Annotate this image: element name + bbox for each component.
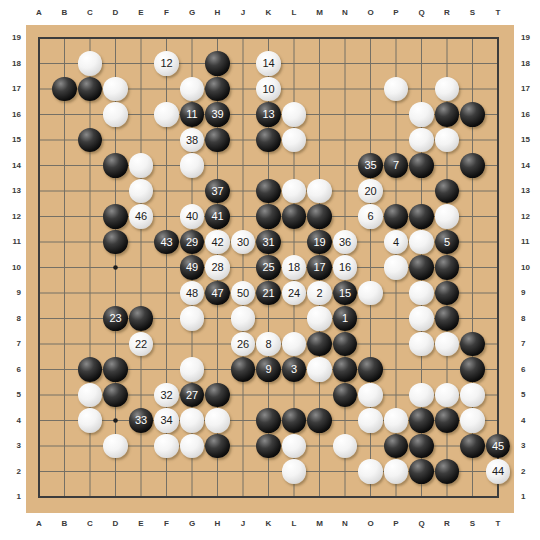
col-label-top-S: S [460, 8, 486, 17]
move-number: 14 [262, 58, 274, 69]
white-stone-M6 [307, 357, 332, 382]
white-stone-S4 [460, 408, 485, 433]
move-number: 11 [186, 109, 197, 120]
row-label-right-18: 18 [521, 51, 539, 77]
white-stone-P10 [384, 255, 409, 280]
black-stone-S6 [460, 357, 485, 382]
white-stone-D3 [103, 434, 128, 459]
white-stone-O9 [358, 281, 383, 306]
white-stone-J9: 50 [231, 281, 256, 306]
white-stone-M8 [307, 306, 332, 331]
col-label-top-L: L [281, 8, 307, 17]
white-stone-Q8 [409, 306, 434, 331]
black-stone-H5 [205, 383, 230, 408]
black-stone-K16: 13 [256, 102, 281, 127]
white-stone-D17 [103, 77, 128, 102]
col-label-top-G: G [179, 8, 205, 17]
black-stone-E8 [129, 306, 154, 331]
white-stone-T2: 44 [486, 459, 511, 484]
black-stone-C15 [78, 128, 103, 153]
col-label-top-D: D [103, 8, 129, 17]
white-stone-C5 [78, 383, 103, 408]
col-label-top-M: M [307, 8, 333, 17]
black-stone-B17 [52, 77, 77, 102]
col-label-bottom-Q: Q [409, 519, 435, 528]
white-stone-P2 [384, 459, 409, 484]
black-stone-K13 [256, 179, 281, 204]
white-stone-F3 [154, 434, 179, 459]
white-stone-D16 [103, 102, 128, 127]
black-stone-L6: 3 [282, 357, 307, 382]
black-stone-N9: 15 [333, 281, 358, 306]
white-stone-G4 [180, 408, 205, 433]
black-stone-R9 [435, 281, 460, 306]
black-stone-M12 [307, 204, 332, 229]
col-label-bottom-H: H [205, 519, 231, 528]
black-stone-N6 [333, 357, 358, 382]
black-stone-Q2 [409, 459, 434, 484]
black-stone-R8 [435, 306, 460, 331]
black-stone-Q4 [409, 408, 434, 433]
row-label-right-5: 5 [521, 382, 539, 408]
col-label-top-R: R [434, 8, 460, 17]
black-stone-D6 [103, 357, 128, 382]
move-number: 31 [262, 237, 274, 248]
white-stone-F5: 32 [154, 383, 179, 408]
black-stone-L12 [282, 204, 307, 229]
white-stone-G14 [180, 153, 205, 178]
white-stone-J8 [231, 306, 256, 331]
white-stone-K18: 14 [256, 51, 281, 76]
row-label-left-9: 9 [3, 280, 21, 306]
white-stone-P4 [384, 408, 409, 433]
row-label-right-7: 7 [521, 331, 539, 357]
black-stone-F11: 43 [154, 230, 179, 255]
move-number: 33 [135, 415, 147, 426]
row-label-right-1: 1 [521, 484, 539, 510]
white-stone-F18: 12 [154, 51, 179, 76]
row-label-right-13: 13 [521, 178, 539, 204]
white-stone-N11: 36 [333, 230, 358, 255]
col-label-top-F: F [154, 8, 180, 17]
col-label-bottom-P: P [383, 519, 409, 528]
white-stone-S5 [460, 383, 485, 408]
black-stone-D8: 23 [103, 306, 128, 331]
black-stone-R10 [435, 255, 460, 280]
white-stone-L13 [282, 179, 307, 204]
row-label-left-3: 3 [3, 433, 21, 459]
white-stone-F16 [154, 102, 179, 127]
row-label-left-14: 14 [3, 153, 21, 179]
move-number: 12 [160, 58, 172, 69]
white-stone-C4 [78, 408, 103, 433]
black-stone-D14 [103, 153, 128, 178]
white-stone-Q15 [409, 128, 434, 153]
white-stone-L10: 18 [282, 255, 307, 280]
row-label-left-6: 6 [3, 357, 21, 383]
white-stone-H4 [205, 408, 230, 433]
white-stone-G8 [180, 306, 205, 331]
black-stone-G11: 29 [180, 230, 205, 255]
move-number: 17 [313, 262, 325, 273]
black-stone-O14: 35 [358, 153, 383, 178]
black-stone-P12 [384, 204, 409, 229]
move-number: 5 [444, 237, 450, 248]
move-number: 42 [211, 237, 223, 248]
black-stone-R13 [435, 179, 460, 204]
black-stone-K11: 31 [256, 230, 281, 255]
black-stone-D11 [103, 230, 128, 255]
move-number: 34 [160, 415, 172, 426]
col-label-bottom-T: T [485, 519, 511, 528]
move-number: 35 [364, 160, 376, 171]
black-stone-Q12 [409, 204, 434, 229]
white-stone-M13 [307, 179, 332, 204]
row-label-left-7: 7 [3, 331, 21, 357]
row-label-left-12: 12 [3, 204, 21, 230]
move-number: 29 [186, 237, 198, 248]
col-label-bottom-D: D [103, 519, 129, 528]
white-stone-G12: 40 [180, 204, 205, 229]
white-stone-L3 [282, 434, 307, 459]
col-label-top-N: N [332, 8, 358, 17]
move-number: 44 [492, 466, 504, 477]
white-stone-M9: 2 [307, 281, 332, 306]
black-stone-E4: 33 [129, 408, 154, 433]
black-stone-T3: 45 [486, 434, 511, 459]
move-number: 32 [160, 390, 172, 401]
col-label-bottom-A: A [26, 519, 52, 528]
black-stone-K12 [256, 204, 281, 229]
move-number: 36 [339, 237, 351, 248]
black-stone-H12: 41 [205, 204, 230, 229]
black-stone-R2 [435, 459, 460, 484]
move-number: 43 [160, 237, 172, 248]
move-number: 19 [313, 237, 325, 248]
move-number: 7 [393, 160, 399, 171]
black-stone-N5 [333, 383, 358, 408]
black-stone-M7 [307, 332, 332, 357]
col-label-top-C: C [77, 8, 103, 17]
move-number: 13 [262, 109, 274, 120]
col-label-bottom-B: B [52, 519, 78, 528]
move-number: 16 [339, 262, 351, 273]
row-label-left-5: 5 [3, 382, 21, 408]
white-stone-C18 [78, 51, 103, 76]
row-label-left-2: 2 [3, 459, 21, 485]
white-stone-H11: 42 [205, 230, 230, 255]
white-stone-O2 [358, 459, 383, 484]
white-stone-G9: 48 [180, 281, 205, 306]
move-number: 15 [339, 288, 351, 299]
row-label-right-10: 10 [521, 255, 539, 281]
white-stone-G17 [180, 77, 205, 102]
move-number: 1 [342, 313, 348, 324]
col-label-top-B: B [52, 8, 78, 17]
white-stone-O12: 6 [358, 204, 383, 229]
col-label-bottom-R: R [434, 519, 460, 528]
col-label-bottom-C: C [77, 519, 103, 528]
black-stone-R11: 5 [435, 230, 460, 255]
black-stone-H17 [205, 77, 230, 102]
black-stone-H9: 47 [205, 281, 230, 306]
white-stone-O5 [358, 383, 383, 408]
row-label-right-3: 3 [521, 433, 539, 459]
col-label-bottom-E: E [128, 519, 154, 528]
white-stone-R7 [435, 332, 460, 357]
white-stone-Q7 [409, 332, 434, 357]
col-label-top-O: O [358, 8, 384, 17]
col-label-top-T: T [485, 8, 511, 17]
move-number: 23 [109, 313, 121, 324]
col-label-top-E: E [128, 8, 154, 17]
move-number: 40 [186, 211, 198, 222]
black-stone-C6 [78, 357, 103, 382]
col-label-bottom-J: J [230, 519, 256, 528]
col-label-top-K: K [256, 8, 282, 17]
white-stone-L7 [282, 332, 307, 357]
move-number: 4 [393, 237, 399, 248]
move-number: 28 [211, 262, 223, 273]
row-label-left-13: 13 [3, 178, 21, 204]
row-label-right-16: 16 [521, 102, 539, 128]
move-number: 37 [211, 186, 223, 197]
white-stone-R5 [435, 383, 460, 408]
row-label-right-11: 11 [521, 229, 539, 255]
row-label-left-17: 17 [3, 76, 21, 102]
move-number: 6 [367, 211, 373, 222]
black-stone-H13: 37 [205, 179, 230, 204]
row-label-right-12: 12 [521, 204, 539, 230]
row-label-right-19: 19 [521, 25, 539, 51]
row-label-right-2: 2 [521, 459, 539, 485]
black-stone-K6: 9 [256, 357, 281, 382]
row-label-left-4: 4 [3, 408, 21, 434]
col-label-bottom-L: L [281, 519, 307, 528]
black-stone-O6 [358, 357, 383, 382]
white-stone-O13: 20 [358, 179, 383, 204]
white-stone-L9: 24 [282, 281, 307, 306]
row-label-left-15: 15 [3, 127, 21, 153]
black-stone-S14 [460, 153, 485, 178]
black-stone-K4 [256, 408, 281, 433]
col-label-bottom-O: O [358, 519, 384, 528]
move-number: 30 [237, 237, 249, 248]
white-stone-E7: 22 [129, 332, 154, 357]
move-number: 27 [186, 390, 198, 401]
black-stone-S7 [460, 332, 485, 357]
white-stone-G3 [180, 434, 205, 459]
row-label-left-16: 16 [3, 102, 21, 128]
white-stone-O4 [358, 408, 383, 433]
white-stone-E14 [129, 153, 154, 178]
col-label-bottom-N: N [332, 519, 358, 528]
black-stone-D5 [103, 383, 128, 408]
move-number: 25 [262, 262, 274, 273]
black-stone-S3 [460, 434, 485, 459]
board-grid[interactable]: 1214101139133835737204640416432942303119… [26, 25, 511, 510]
move-number: 47 [211, 288, 223, 299]
col-label-bottom-G: G [179, 519, 205, 528]
black-stone-G10: 49 [180, 255, 205, 280]
white-stone-J11: 30 [231, 230, 256, 255]
black-stone-K10: 25 [256, 255, 281, 280]
row-label-right-9: 9 [521, 280, 539, 306]
black-stone-N8: 1 [333, 306, 358, 331]
black-stone-R4 [435, 408, 460, 433]
black-stone-N7 [333, 332, 358, 357]
white-stone-Q9 [409, 281, 434, 306]
col-label-top-Q: Q [409, 8, 435, 17]
black-stone-M11: 19 [307, 230, 332, 255]
black-stone-H16: 39 [205, 102, 230, 127]
row-label-right-14: 14 [521, 153, 539, 179]
move-number: 3 [291, 364, 297, 375]
black-stone-Q3 [409, 434, 434, 459]
move-number: 9 [265, 364, 271, 375]
white-stone-R17 [435, 77, 460, 102]
white-stone-G15: 38 [180, 128, 205, 153]
white-stone-H10: 28 [205, 255, 230, 280]
go-board: 1214101139133835737204640416432942303119… [0, 0, 540, 540]
black-stone-M10: 17 [307, 255, 332, 280]
col-label-bottom-S: S [460, 519, 486, 528]
move-number: 48 [186, 288, 198, 299]
move-number: 50 [237, 288, 249, 299]
black-stone-Q10 [409, 255, 434, 280]
col-label-top-J: J [230, 8, 256, 17]
white-stone-N10: 16 [333, 255, 358, 280]
row-label-left-18: 18 [3, 51, 21, 77]
row-label-right-6: 6 [521, 357, 539, 383]
black-stone-S16 [460, 102, 485, 127]
move-number: 38 [186, 135, 198, 146]
white-stone-E13 [129, 179, 154, 204]
white-stone-L2 [282, 459, 307, 484]
white-stone-L15 [282, 128, 307, 153]
white-stone-K17: 10 [256, 77, 281, 102]
row-label-right-17: 17 [521, 76, 539, 102]
black-stone-G5: 27 [180, 383, 205, 408]
black-stone-K15 [256, 128, 281, 153]
white-stone-G6 [180, 357, 205, 382]
move-number: 46 [135, 211, 147, 222]
black-stone-H18 [205, 51, 230, 76]
black-stone-H15 [205, 128, 230, 153]
white-stone-K7: 8 [256, 332, 281, 357]
black-stone-R16 [435, 102, 460, 127]
col-label-top-P: P [383, 8, 409, 17]
black-stone-Q14 [409, 153, 434, 178]
col-label-top-H: H [205, 8, 231, 17]
move-number: 2 [316, 288, 322, 299]
move-number: 45 [492, 441, 504, 452]
black-stone-P3 [384, 434, 409, 459]
black-stone-J6 [231, 357, 256, 382]
move-number: 10 [262, 84, 274, 95]
move-number: 24 [288, 288, 300, 299]
black-stone-G16: 11 [180, 102, 205, 127]
col-label-bottom-F: F [154, 519, 180, 528]
row-label-left-10: 10 [3, 255, 21, 281]
white-stone-E12: 46 [129, 204, 154, 229]
move-number: 39 [211, 109, 223, 120]
black-stone-D12 [103, 204, 128, 229]
col-label-bottom-K: K [256, 519, 282, 528]
row-label-right-4: 4 [521, 408, 539, 434]
row-label-right-15: 15 [521, 127, 539, 153]
black-stone-P14: 7 [384, 153, 409, 178]
white-stone-J7: 26 [231, 332, 256, 357]
move-number: 20 [364, 186, 376, 197]
col-label-bottom-M: M [307, 519, 333, 528]
move-number: 49 [186, 262, 198, 273]
move-number: 8 [265, 339, 271, 350]
row-label-left-1: 1 [3, 484, 21, 510]
white-stone-Q5 [409, 383, 434, 408]
row-label-left-8: 8 [3, 306, 21, 332]
black-stone-M4 [307, 408, 332, 433]
white-stone-R12 [435, 204, 460, 229]
black-stone-L4 [282, 408, 307, 433]
move-number: 21 [262, 288, 274, 299]
black-stone-K9: 21 [256, 281, 281, 306]
col-label-top-A: A [26, 8, 52, 17]
white-stone-L16 [282, 102, 307, 127]
white-stone-Q16 [409, 102, 434, 127]
move-number: 41 [211, 211, 223, 222]
white-stone-P11: 4 [384, 230, 409, 255]
white-stone-N3 [333, 434, 358, 459]
black-stone-H3 [205, 434, 230, 459]
move-number: 18 [288, 262, 300, 273]
black-stone-C17 [78, 77, 103, 102]
white-stone-P17 [384, 77, 409, 102]
move-number: 22 [135, 339, 147, 350]
row-label-left-19: 19 [3, 25, 21, 51]
black-stone-K3 [256, 434, 281, 459]
white-stone-Q11 [409, 230, 434, 255]
row-label-left-11: 11 [3, 229, 21, 255]
row-label-right-8: 8 [521, 306, 539, 332]
move-number: 26 [237, 339, 249, 350]
white-stone-F4: 34 [154, 408, 179, 433]
white-stone-R15 [435, 128, 460, 153]
